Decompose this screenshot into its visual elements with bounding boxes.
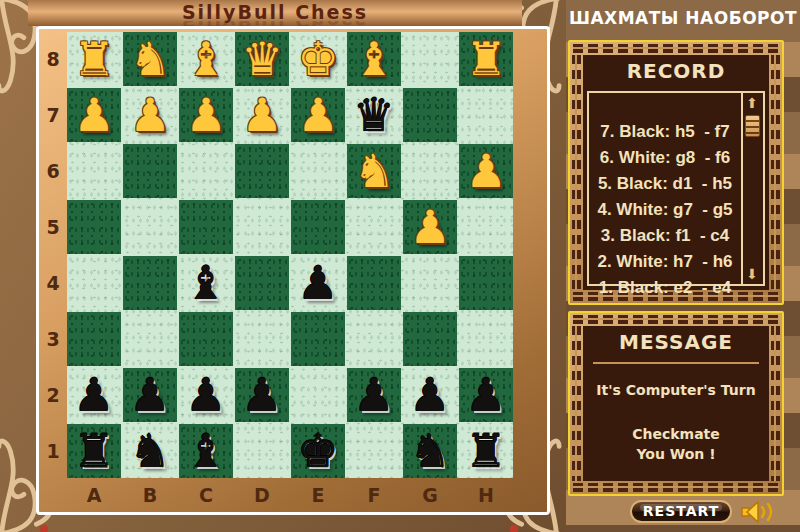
file-labels: ABCDEFGH	[67, 482, 513, 508]
square-g4[interactable]	[403, 256, 457, 310]
square-d4[interactable]	[235, 256, 289, 310]
square-h2[interactable]: ♟	[459, 368, 513, 422]
square-e6[interactable]	[291, 144, 345, 198]
square-c6[interactable]	[179, 144, 233, 198]
square-a5[interactable]	[67, 200, 121, 254]
black-rook: ♜	[465, 424, 506, 478]
square-e7[interactable]: ♟	[291, 88, 345, 142]
yellow-pawn: ♟	[241, 88, 282, 142]
rank-label-2: 2	[39, 368, 67, 422]
square-b2[interactable]: ♟	[123, 368, 177, 422]
black-pawn: ♟	[185, 368, 226, 422]
square-c8[interactable]: ♝	[179, 32, 233, 86]
square-c2[interactable]: ♟	[179, 368, 233, 422]
square-d2[interactable]: ♟	[235, 368, 289, 422]
black-pawn: ♟	[353, 368, 394, 422]
square-c1[interactable]: ♝	[179, 424, 233, 478]
yellow-rook: ♜	[73, 32, 114, 86]
square-d5[interactable]	[235, 200, 289, 254]
square-f3[interactable]	[347, 312, 401, 366]
square-e5[interactable]	[291, 200, 345, 254]
file-label-e: E	[291, 482, 345, 508]
message-panel: MESSAGE It's Computer's Turn Checkmate Y…	[568, 311, 784, 496]
square-g6[interactable]	[403, 144, 457, 198]
rank-labels: 87654321	[39, 32, 67, 478]
square-b8[interactable]: ♞	[123, 32, 177, 86]
move-row: 5. Black: d1 - h5	[589, 171, 741, 197]
file-label-d: D	[235, 482, 289, 508]
yellow-king: ♚	[297, 32, 338, 86]
rank-label-7: 7	[39, 88, 67, 142]
square-a2[interactable]: ♟	[67, 368, 121, 422]
square-h5[interactable]	[459, 200, 513, 254]
square-e2[interactable]	[291, 368, 345, 422]
square-c4[interactable]: ♝	[179, 256, 233, 310]
black-rook: ♜	[73, 424, 114, 478]
frame-pattern	[573, 315, 779, 324]
square-a3[interactable]	[67, 312, 121, 366]
black-bishop: ♝	[185, 424, 226, 478]
black-knight: ♞	[409, 424, 450, 478]
frame-pattern	[771, 55, 780, 290]
yellow-pawn: ♟	[185, 88, 226, 142]
message-divider	[593, 362, 759, 364]
square-g2[interactable]: ♟	[403, 368, 457, 422]
board-squares: ♜♞♝♛♚♝♜♟♟♟♟♟♛♞♟♟♝♟♟♟♟♟♟♟♟♜♞♝♚♞♜	[67, 32, 513, 478]
square-h3[interactable]	[459, 312, 513, 366]
result-text-checkmate: Checkmate	[583, 424, 769, 444]
black-pawn: ♟	[129, 368, 170, 422]
square-b1[interactable]: ♞	[123, 424, 177, 478]
square-b7[interactable]: ♟	[123, 88, 177, 142]
yellow-queen: ♛	[241, 32, 282, 86]
square-d3[interactable]	[235, 312, 289, 366]
frame-pattern	[771, 326, 780, 481]
rank-label-8: 8	[39, 32, 67, 86]
yellow-knight: ♞	[353, 144, 394, 198]
black-pawn: ♟	[409, 368, 450, 422]
title-band: SillyBull Chess SillyBull Chess	[28, 0, 522, 26]
rank-label-3: 3	[39, 312, 67, 366]
move-row: 1. Black: e2 - e4	[589, 275, 741, 301]
square-f2[interactable]: ♟	[347, 368, 401, 422]
restart-label: RESTART	[632, 503, 730, 519]
game-title: SillyBull Chess	[28, 1, 522, 23]
square-f5[interactable]	[347, 200, 401, 254]
square-b4[interactable]	[123, 256, 177, 310]
move-list: 7. Black: h5 - f76. White: g8 - f65. Bla…	[589, 119, 741, 282]
board-outer-frame: SillyBull Chess SillyBull Chess 87654321…	[0, 0, 566, 532]
yellow-bishop: ♝	[353, 32, 394, 86]
rank-label-4: 4	[39, 256, 67, 310]
file-label-a: A	[67, 482, 121, 508]
file-label-b: B	[123, 482, 177, 508]
square-d1[interactable]	[235, 424, 289, 478]
message-panel-inner: MESSAGE It's Computer's Turn Checkmate Y…	[583, 326, 769, 481]
speaker-icon[interactable]	[741, 500, 775, 524]
scroll-down-icon[interactable]: ⬇	[743, 266, 761, 282]
black-pawn: ♟	[297, 256, 338, 310]
square-c3[interactable]	[179, 312, 233, 366]
record-scrollbar[interactable]: ⬆ ⬇	[741, 93, 763, 284]
frame-pattern	[573, 44, 779, 53]
square-g3[interactable]	[403, 312, 457, 366]
yellow-pawn: ♟	[465, 144, 506, 198]
square-g8[interactable]	[403, 32, 457, 86]
square-e3[interactable]	[291, 312, 345, 366]
square-d7[interactable]: ♟	[235, 88, 289, 142]
black-knight: ♞	[129, 424, 170, 478]
square-e4[interactable]: ♟	[291, 256, 345, 310]
rank-label-1: 1	[39, 424, 67, 478]
yellow-pawn: ♟	[73, 88, 114, 142]
square-h1[interactable]: ♜	[459, 424, 513, 478]
square-g7[interactable]	[403, 88, 457, 142]
message-title: MESSAGE	[583, 330, 769, 354]
scroll-up-icon[interactable]: ⬆	[743, 95, 761, 111]
turn-status-text: It's Computer's Turn	[583, 382, 769, 398]
square-a4[interactable]	[67, 256, 121, 310]
yellow-pawn: ♟	[409, 200, 450, 254]
black-pawn: ♟	[241, 368, 282, 422]
black-pawn: ♟	[73, 368, 114, 422]
square-a1[interactable]: ♜	[67, 424, 121, 478]
record-panel-inner: RECORD 7. Black: h5 - f76. White: g8 - f…	[583, 55, 769, 290]
chess-board: 87654321 ♜♞♝♛♚♝♜♟♟♟♟♟♛♞♟♟♝♟♟♟♟♟♟♟♟♜♞♝♚♞♜…	[36, 26, 550, 515]
rank-label-6: 6	[39, 144, 67, 198]
black-king: ♚	[297, 424, 338, 478]
square-f8[interactable]: ♝	[347, 32, 401, 86]
square-a6[interactable]	[67, 144, 121, 198]
square-g1[interactable]: ♞	[403, 424, 457, 478]
yellow-pawn: ♟	[129, 88, 170, 142]
square-h6[interactable]: ♟	[459, 144, 513, 198]
file-label-c: C	[179, 482, 233, 508]
frame-pattern	[572, 55, 581, 290]
yellow-rook: ♜	[465, 32, 506, 86]
yellow-knight: ♞	[129, 32, 170, 86]
move-row: 3. Black: f1 - c4	[589, 223, 741, 249]
square-c5[interactable]	[179, 200, 233, 254]
move-row: 6. White: g8 - f6	[589, 145, 741, 171]
square-f7[interactable]: ♛	[347, 88, 401, 142]
square-a7[interactable]: ♟	[67, 88, 121, 142]
restart-button[interactable]: RESTART	[630, 500, 732, 523]
square-f4[interactable]	[347, 256, 401, 310]
file-label-h: H	[459, 482, 513, 508]
game-screen: SillyBull Chess SillyBull Chess 87654321…	[0, 0, 800, 532]
square-b5[interactable]	[123, 200, 177, 254]
file-label-g: G	[403, 482, 457, 508]
rank-label-5: 5	[39, 200, 67, 254]
square-f1[interactable]	[347, 424, 401, 478]
frame-pattern	[573, 483, 779, 492]
square-g5[interactable]: ♟	[403, 200, 457, 254]
move-row: 7. Black: h5 - f7	[589, 119, 741, 145]
square-f6[interactable]: ♞	[347, 144, 401, 198]
square-a8[interactable]: ♜	[67, 32, 121, 86]
move-row: 2. White: h7 - h6	[589, 249, 741, 275]
move-list-box: 7. Black: h5 - f76. White: g8 - f65. Bla…	[587, 91, 765, 286]
black-bishop: ♝	[185, 256, 226, 310]
square-b3[interactable]	[123, 312, 177, 366]
yellow-bishop: ♝	[185, 32, 226, 86]
square-e8[interactable]: ♚	[291, 32, 345, 86]
record-title: RECORD	[583, 59, 769, 83]
square-h8[interactable]: ♜	[459, 32, 513, 86]
square-d8[interactable]: ♛	[235, 32, 289, 86]
square-h4[interactable]	[459, 256, 513, 310]
square-c7[interactable]: ♟	[179, 88, 233, 142]
black-pawn: ♟	[465, 368, 506, 422]
square-d6[interactable]	[235, 144, 289, 198]
frame-pattern	[572, 326, 581, 481]
page-title: ШАХМАТЫ НАОБОРОТ	[566, 8, 800, 28]
square-b6[interactable]	[123, 144, 177, 198]
square-h7[interactable]	[459, 88, 513, 142]
result-text-won: You Won !	[583, 444, 769, 464]
record-panel: RECORD 7. Black: h5 - f76. White: g8 - f…	[568, 40, 784, 305]
black-queen: ♛	[353, 88, 394, 142]
square-e1[interactable]: ♚	[291, 424, 345, 478]
move-row: 4. White: g7 - g5	[589, 197, 741, 223]
yellow-pawn: ♟	[297, 88, 338, 142]
scroll-thumb[interactable]	[745, 115, 760, 137]
file-label-f: F	[347, 482, 401, 508]
